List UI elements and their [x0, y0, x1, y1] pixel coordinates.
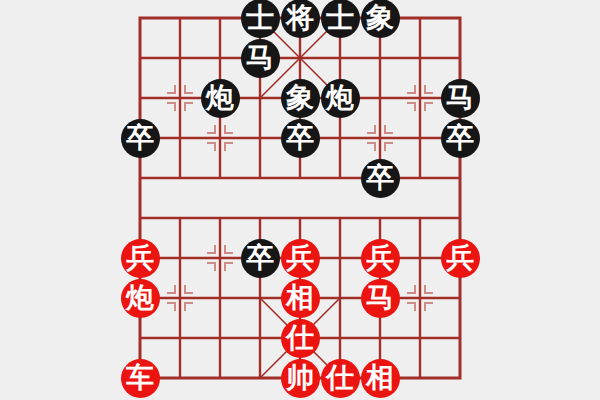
board-point-3-9[interactable] — [240, 358, 280, 398]
piece-red-elephant[interactable]: 相 — [281, 279, 320, 318]
board-point-2-9[interactable] — [200, 358, 240, 398]
board-point-4-1[interactable] — [280, 38, 320, 78]
board-point-7-4[interactable] — [400, 158, 440, 198]
board-point-0-4[interactable] — [120, 158, 160, 198]
board-point-7-9[interactable] — [400, 358, 440, 398]
board-point-8-5[interactable] — [440, 198, 480, 238]
board-point-0-0[interactable] — [120, 0, 160, 38]
board-point-6-8[interactable] — [360, 318, 400, 358]
piece-red-chariot[interactable]: 车 — [121, 359, 160, 398]
board-point-3-2[interactable] — [240, 78, 280, 118]
piece-black-elephant[interactable]: 象 — [281, 79, 320, 118]
piece-black-soldier[interactable]: 卒 — [361, 159, 400, 198]
board-point-3-5[interactable] — [240, 198, 280, 238]
piece-red-soldier[interactable]: 兵 — [121, 239, 160, 278]
piece-red-cannon[interactable]: 炮 — [121, 279, 160, 318]
piece-black-advisor[interactable]: 士 — [241, 0, 280, 38]
board-point-1-6[interactable] — [160, 238, 200, 278]
piece-red-soldier[interactable]: 兵 — [441, 239, 480, 278]
piece-black-advisor[interactable]: 士 — [321, 0, 360, 38]
piece-red-advisor[interactable]: 仕 — [321, 359, 360, 398]
piece-black-cannon[interactable]: 炮 — [321, 79, 360, 118]
piece-black-soldier[interactable]: 卒 — [121, 119, 160, 158]
board-point-1-2[interactable] — [160, 78, 200, 118]
board-point-7-6[interactable] — [400, 238, 440, 278]
board-point-0-8[interactable] — [120, 318, 160, 358]
xiangqi-board-stage: 士将士象马炮象炮马卒卒卒卒卒兵兵兵兵炮相马仕车帅仕相 — [0, 0, 600, 400]
piece-black-soldier[interactable]: 卒 — [281, 119, 320, 158]
board-point-0-1[interactable] — [120, 38, 160, 78]
board-point-2-5[interactable] — [200, 198, 240, 238]
board-point-3-8[interactable] — [240, 318, 280, 358]
board-point-3-3[interactable] — [240, 118, 280, 158]
board-point-8-0[interactable] — [440, 0, 480, 38]
piece-black-soldier[interactable]: 卒 — [441, 119, 480, 158]
piece-black-soldier[interactable]: 卒 — [241, 239, 280, 278]
board-point-5-6[interactable] — [320, 238, 360, 278]
board-point-1-3[interactable] — [160, 118, 200, 158]
board-point-2-7[interactable] — [200, 278, 240, 318]
piece-red-soldier[interactable]: 兵 — [281, 239, 320, 278]
board-point-8-9[interactable] — [440, 358, 480, 398]
piece-red-soldier[interactable]: 兵 — [361, 239, 400, 278]
board-point-6-5[interactable] — [360, 198, 400, 238]
board-point-2-3[interactable] — [200, 118, 240, 158]
board-point-1-0[interactable] — [160, 0, 200, 38]
board-point-5-7[interactable] — [320, 278, 360, 318]
piece-black-general[interactable]: 将 — [281, 0, 320, 38]
board-point-2-4[interactable] — [200, 158, 240, 198]
piece-black-cannon[interactable]: 炮 — [201, 79, 240, 118]
board-point-7-7[interactable] — [400, 278, 440, 318]
board-point-1-7[interactable] — [160, 278, 200, 318]
board-point-7-5[interactable] — [400, 198, 440, 238]
board-point-5-4[interactable] — [320, 158, 360, 198]
board-point-8-7[interactable] — [440, 278, 480, 318]
piece-black-elephant[interactable]: 象 — [361, 0, 400, 38]
board-point-4-5[interactable] — [280, 198, 320, 238]
board-point-1-1[interactable] — [160, 38, 200, 78]
board-point-8-8[interactable] — [440, 318, 480, 358]
piece-red-elephant[interactable]: 相 — [361, 359, 400, 398]
board-point-8-1[interactable] — [440, 38, 480, 78]
board-point-6-2[interactable] — [360, 78, 400, 118]
xiangqi-board: 士将士象马炮象炮马卒卒卒卒卒兵兵兵兵炮相马仕车帅仕相 — [120, 0, 480, 398]
board-point-7-0[interactable] — [400, 0, 440, 38]
board-point-7-2[interactable] — [400, 78, 440, 118]
board-point-5-3[interactable] — [320, 118, 360, 158]
piece-red-general[interactable]: 帅 — [281, 359, 320, 398]
piece-red-horse[interactable]: 马 — [361, 279, 400, 318]
board-point-8-4[interactable] — [440, 158, 480, 198]
board-point-1-8[interactable] — [160, 318, 200, 358]
piece-black-horse[interactable]: 马 — [241, 39, 280, 78]
board-point-3-4[interactable] — [240, 158, 280, 198]
board-point-6-3[interactable] — [360, 118, 400, 158]
board-point-0-5[interactable] — [120, 198, 160, 238]
board-point-3-7[interactable] — [240, 278, 280, 318]
board-point-1-4[interactable] — [160, 158, 200, 198]
board-point-0-2[interactable] — [120, 78, 160, 118]
board-point-2-8[interactable] — [200, 318, 240, 358]
board-point-5-1[interactable] — [320, 38, 360, 78]
board-point-1-9[interactable] — [160, 358, 200, 398]
board-point-7-8[interactable] — [400, 318, 440, 358]
board-point-5-8[interactable] — [320, 318, 360, 358]
board-point-2-0[interactable] — [200, 0, 240, 38]
piece-red-advisor[interactable]: 仕 — [281, 319, 320, 358]
board-point-7-3[interactable] — [400, 118, 440, 158]
board-point-6-1[interactable] — [360, 38, 400, 78]
board-point-5-5[interactable] — [320, 198, 360, 238]
piece-black-horse[interactable]: 马 — [441, 79, 480, 118]
board-point-2-1[interactable] — [200, 38, 240, 78]
board-point-2-6[interactable] — [200, 238, 240, 278]
board-point-4-4[interactable] — [280, 158, 320, 198]
board-point-1-5[interactable] — [160, 198, 200, 238]
board-point-7-1[interactable] — [400, 38, 440, 78]
